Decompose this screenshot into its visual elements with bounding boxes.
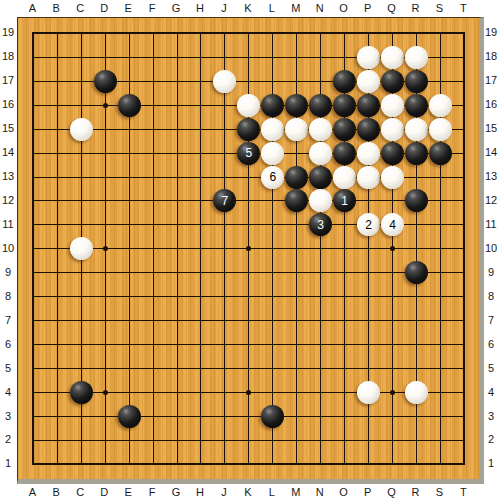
column-label-bottom-B: B: [46, 485, 66, 499]
column-label-bottom-N: N: [310, 485, 330, 499]
grid-line-horizontal: [32, 416, 465, 417]
black-stone-E16[interactable]: [118, 94, 141, 117]
black-stone-N11[interactable]: 3: [309, 213, 332, 236]
white-stone-L13[interactable]: 6: [261, 166, 284, 189]
black-stone-K14[interactable]: 5: [237, 142, 260, 165]
black-stone-M16[interactable]: [285, 94, 308, 117]
white-stone-P17[interactable]: [357, 70, 380, 93]
white-stone-Q15[interactable]: [381, 118, 404, 141]
column-label-top-E: E: [118, 1, 138, 15]
column-label-top-J: J: [214, 1, 234, 15]
black-stone-K15[interactable]: [237, 118, 260, 141]
white-stone-L15[interactable]: [261, 118, 284, 141]
black-stone-O12[interactable]: 1: [333, 189, 356, 212]
row-label-left-7: 7: [0, 313, 16, 327]
row-label-left-5: 5: [0, 361, 16, 375]
column-label-top-N: N: [310, 1, 330, 15]
black-stone-E3[interactable]: [118, 405, 141, 428]
grid-line-horizontal: [32, 463, 465, 465]
grid-line-horizontal: [32, 296, 465, 297]
row-label-right-10: 10: [483, 241, 499, 255]
star-point: [390, 390, 395, 395]
move-number-label: 3: [317, 219, 324, 231]
black-stone-O14[interactable]: [333, 142, 356, 165]
column-label-bottom-H: H: [190, 485, 210, 499]
white-stone-Q16[interactable]: [381, 94, 404, 117]
row-label-right-1: 1: [483, 456, 499, 470]
column-label-bottom-F: F: [142, 485, 162, 499]
column-label-top-T: T: [453, 1, 473, 15]
row-label-right-16: 16: [483, 97, 499, 111]
black-stone-L16[interactable]: [261, 94, 284, 117]
row-label-right-5: 5: [483, 361, 499, 375]
row-label-left-8: 8: [0, 289, 16, 303]
white-stone-Q13[interactable]: [381, 166, 404, 189]
white-stone-N14[interactable]: [309, 142, 332, 165]
go-board[interactable]: 5713624: [17, 17, 484, 484]
white-stone-S16[interactable]: [429, 94, 452, 117]
row-label-right-12: 12: [483, 193, 499, 207]
move-number-label: 6: [269, 171, 276, 183]
row-label-right-6: 6: [483, 337, 499, 351]
black-stone-R16[interactable]: [405, 94, 428, 117]
move-number-label: 7: [222, 195, 229, 207]
column-label-bottom-L: L: [262, 485, 282, 499]
column-label-bottom-O: O: [334, 485, 354, 499]
go-diagram: 5713624 ABCDEFGHJKLMNOPQRST ABCDEFGHJKLM…: [0, 0, 500, 500]
column-label-top-B: B: [46, 1, 66, 15]
black-stone-O17[interactable]: [333, 70, 356, 93]
black-stone-N16[interactable]: [309, 94, 332, 117]
column-label-top-G: G: [166, 1, 186, 15]
row-label-right-14: 14: [483, 145, 499, 159]
column-label-bottom-D: D: [94, 485, 114, 499]
grid-line-horizontal: [32, 368, 465, 369]
column-label-top-M: M: [286, 1, 306, 15]
white-stone-S15[interactable]: [429, 118, 452, 141]
column-label-top-D: D: [94, 1, 114, 15]
row-label-left-4: 4: [0, 385, 16, 399]
white-stone-P18[interactable]: [357, 46, 380, 69]
move-number-label: 4: [389, 219, 396, 231]
white-stone-C15[interactable]: [70, 118, 93, 141]
column-label-bottom-Q: Q: [382, 485, 402, 499]
column-label-bottom-J: J: [214, 485, 234, 499]
star-point: [390, 246, 395, 251]
row-label-right-8: 8: [483, 289, 499, 303]
column-label-bottom-C: C: [70, 485, 90, 499]
row-label-left-1: 1: [0, 456, 16, 470]
white-stone-Q18[interactable]: [381, 46, 404, 69]
row-label-left-3: 3: [0, 409, 16, 423]
column-label-bottom-A: A: [22, 485, 42, 499]
column-label-top-K: K: [238, 1, 258, 15]
row-label-right-11: 11: [483, 217, 499, 231]
column-label-top-O: O: [334, 1, 354, 15]
white-stone-P14[interactable]: [357, 142, 380, 165]
white-stone-J17[interactable]: [213, 70, 236, 93]
row-label-right-17: 17: [483, 73, 499, 87]
column-label-top-H: H: [190, 1, 210, 15]
column-label-top-A: A: [22, 1, 42, 15]
row-label-right-19: 19: [483, 25, 499, 39]
white-stone-M15[interactable]: [285, 118, 308, 141]
column-label-bottom-R: R: [406, 485, 426, 499]
grid-line-horizontal: [32, 272, 465, 273]
grid-line-vertical: [463, 32, 465, 465]
white-stone-P4[interactable]: [357, 381, 380, 404]
row-label-left-10: 10: [0, 241, 16, 255]
row-label-left-6: 6: [0, 337, 16, 351]
grid-line-horizontal: [32, 344, 465, 345]
black-stone-M13[interactable]: [285, 166, 308, 189]
column-label-top-C: C: [70, 1, 90, 15]
black-stone-C4[interactable]: [70, 381, 93, 404]
white-stone-L14[interactable]: [261, 142, 284, 165]
black-stone-P16[interactable]: [357, 94, 380, 117]
column-label-bottom-S: S: [429, 485, 449, 499]
white-stone-Q11[interactable]: 4: [381, 213, 404, 236]
black-stone-O15[interactable]: [333, 118, 356, 141]
row-label-right-13: 13: [483, 169, 499, 183]
white-stone-N12[interactable]: [309, 189, 332, 212]
black-stone-P15[interactable]: [357, 118, 380, 141]
row-label-right-9: 9: [483, 265, 499, 279]
grid-line-horizontal: [32, 440, 465, 441]
black-stone-R17[interactable]: [405, 70, 428, 93]
white-stone-O13[interactable]: [333, 166, 356, 189]
column-label-bottom-T: T: [453, 485, 473, 499]
white-stone-N15[interactable]: [309, 118, 332, 141]
column-label-bottom-K: K: [238, 485, 258, 499]
star-point: [246, 246, 251, 251]
column-label-top-P: P: [358, 1, 378, 15]
black-stone-M12[interactable]: [285, 189, 308, 212]
row-label-left-13: 13: [0, 169, 16, 183]
row-label-left-15: 15: [0, 121, 16, 135]
row-label-right-18: 18: [483, 49, 499, 63]
white-stone-R18[interactable]: [405, 46, 428, 69]
row-label-right-2: 2: [483, 432, 499, 446]
column-label-top-F: F: [142, 1, 162, 15]
column-label-top-L: L: [262, 1, 282, 15]
column-label-top-Q: Q: [382, 1, 402, 15]
white-stone-C10[interactable]: [70, 237, 93, 260]
white-stone-P11[interactable]: 2: [357, 213, 380, 236]
white-stone-R4[interactable]: [405, 381, 428, 404]
white-stone-P13[interactable]: [357, 166, 380, 189]
row-label-left-12: 12: [0, 193, 16, 207]
row-label-left-16: 16: [0, 97, 16, 111]
column-label-bottom-E: E: [118, 485, 138, 499]
row-label-left-14: 14: [0, 145, 16, 159]
grid-line-horizontal: [32, 320, 465, 321]
move-number-label: 2: [365, 219, 372, 231]
move-number-label: 1: [341, 195, 348, 207]
star-point: [103, 390, 108, 395]
black-stone-L3[interactable]: [261, 405, 284, 428]
row-label-left-19: 19: [0, 25, 16, 39]
black-stone-O16[interactable]: [333, 94, 356, 117]
star-point: [103, 103, 108, 108]
row-label-left-17: 17: [0, 73, 16, 87]
row-label-left-9: 9: [0, 265, 16, 279]
column-label-bottom-G: G: [166, 485, 186, 499]
column-label-bottom-P: P: [358, 485, 378, 499]
column-label-bottom-M: M: [286, 485, 306, 499]
column-label-top-S: S: [429, 1, 449, 15]
black-stone-D17[interactable]: [94, 70, 117, 93]
move-number-label: 5: [246, 147, 253, 159]
star-point: [103, 246, 108, 251]
black-stone-Q14[interactable]: [381, 142, 404, 165]
star-point: [246, 390, 251, 395]
black-stone-Q17[interactable]: [381, 70, 404, 93]
row-label-right-15: 15: [483, 121, 499, 135]
row-label-left-2: 2: [0, 432, 16, 446]
row-label-right-7: 7: [483, 313, 499, 327]
row-label-right-4: 4: [483, 385, 499, 399]
black-stone-N13[interactable]: [309, 166, 332, 189]
black-stone-S14[interactable]: [429, 142, 452, 165]
black-stone-J12[interactable]: 7: [213, 189, 236, 212]
row-label-left-11: 11: [0, 217, 16, 231]
row-label-right-3: 3: [483, 409, 499, 423]
black-stone-R14[interactable]: [405, 142, 428, 165]
black-stone-R9[interactable]: [405, 261, 428, 284]
black-stone-R12[interactable]: [405, 189, 428, 212]
white-stone-R15[interactable]: [405, 118, 428, 141]
white-stone-K16[interactable]: [237, 94, 260, 117]
row-label-left-18: 18: [0, 49, 16, 63]
column-label-top-R: R: [406, 1, 426, 15]
